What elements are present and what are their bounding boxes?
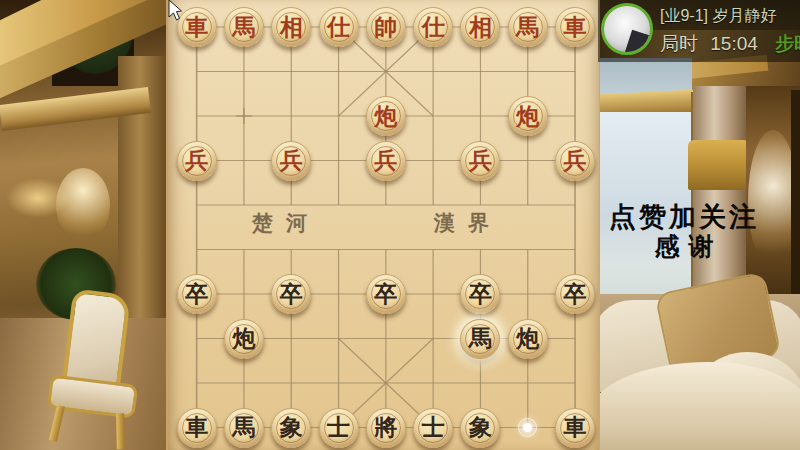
stream-caption: 点赞加关注 感谢 [596, 202, 772, 262]
black-piece-象[interactable]: 象 [271, 408, 311, 448]
xiangqi-board[interactable]: 楚河 漢界 車馬相仕帥仕相馬車炮炮兵兵兵兵兵卒卒卒卒卒炮馬炮車馬象士將士象車 [166, 0, 600, 450]
stream-player-overlay: [业9-1] 岁月静好 局时 15:04 步时 [598, 0, 800, 62]
marble-column-right [693, 86, 746, 304]
red-piece-炮[interactable]: 炮 [508, 96, 548, 136]
background-left-room [0, 0, 166, 450]
chair-leg [116, 413, 125, 449]
game-time-label: 局时 [660, 33, 698, 54]
stream-caption-line2: 感谢 [596, 233, 772, 262]
red-piece-仕[interactable]: 仕 [319, 7, 359, 47]
red-piece-馬[interactable]: 馬 [508, 7, 548, 47]
player-name: [业9-1] 岁月静好 [660, 6, 776, 27]
red-piece-炮[interactable]: 炮 [366, 96, 406, 136]
timer-row: 局时 15:04 步时 [660, 31, 800, 57]
black-piece-卒[interactable]: 卒 [177, 274, 217, 314]
black-piece-象[interactable]: 象 [460, 408, 500, 448]
black-piece-卒[interactable]: 卒 [271, 274, 311, 314]
chandelier-icon [56, 168, 110, 242]
red-piece-兵[interactable]: 兵 [460, 141, 500, 181]
black-piece-車[interactable]: 車 [177, 408, 217, 448]
black-piece-士[interactable]: 士 [319, 408, 359, 448]
red-piece-兵[interactable]: 兵 [366, 141, 406, 181]
red-piece-車[interactable]: 車 [555, 7, 595, 47]
black-piece-卒[interactable]: 卒 [460, 274, 500, 314]
red-piece-馬[interactable]: 馬 [224, 7, 264, 47]
red-piece-仕[interactable]: 仕 [413, 7, 453, 47]
red-piece-相[interactable]: 相 [271, 7, 311, 47]
black-piece-卒[interactable]: 卒 [555, 274, 595, 314]
black-piece-馬[interactable]: 馬 [460, 319, 500, 359]
stream-caption-line1: 点赞加关注 [596, 202, 772, 233]
red-piece-兵[interactable]: 兵 [555, 141, 595, 181]
black-piece-將[interactable]: 將 [366, 408, 406, 448]
mouse-cursor [168, 0, 184, 22]
red-piece-兵[interactable]: 兵 [271, 141, 311, 181]
gilded-chair [41, 287, 155, 450]
gold-column-capital [688, 140, 750, 190]
pieces-layer: 車馬相仕帥仕相馬車炮炮兵兵兵兵兵卒卒卒卒卒炮馬炮車馬象士將士象車 [173, 5, 599, 450]
black-piece-馬[interactable]: 馬 [224, 408, 264, 448]
red-piece-帥[interactable]: 帥 [366, 7, 406, 47]
black-piece-炮[interactable]: 炮 [224, 319, 264, 359]
dark-door-frame [791, 90, 800, 305]
black-piece-卒[interactable]: 卒 [366, 274, 406, 314]
screenshot-root: 楚河 漢界 車馬相仕帥仕相馬車炮炮兵兵兵兵兵卒卒卒卒卒炮馬炮車馬象士將士象車 [… [0, 0, 800, 450]
player-avatar[interactable] [601, 3, 653, 55]
black-piece-炮[interactable]: 炮 [508, 319, 548, 359]
couch-armrest [598, 362, 800, 450]
move-time-label: 步时 [775, 33, 800, 54]
game-time-value: 15:04 [710, 33, 758, 54]
red-piece-兵[interactable]: 兵 [177, 141, 217, 181]
red-piece-相[interactable]: 相 [460, 7, 500, 47]
black-piece-士[interactable]: 士 [413, 408, 453, 448]
black-piece-車[interactable]: 車 [555, 408, 595, 448]
last-move-origin-dot [523, 423, 532, 432]
chair-leg [49, 405, 65, 442]
